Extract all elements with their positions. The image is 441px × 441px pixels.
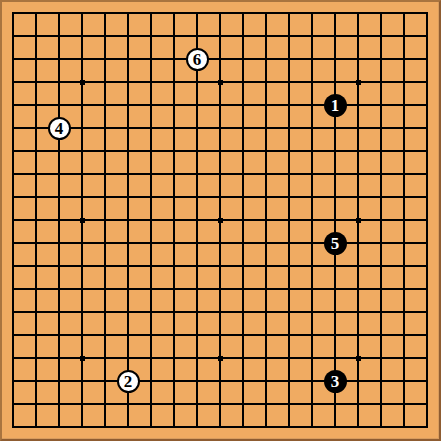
stone-white-move-2: 2 (117, 370, 140, 393)
stone-white-move-6: 6 (186, 48, 209, 71)
star-point (218, 356, 223, 361)
stone-black-move-5: 5 (324, 232, 347, 255)
stone-white-move-4: 4 (48, 117, 71, 140)
star-point (356, 80, 361, 85)
star-point (80, 218, 85, 223)
go-board: 123456 (0, 0, 441, 441)
star-point (356, 218, 361, 223)
stone-black-move-3: 3 (324, 370, 347, 393)
board-overlay: 123456 (2, 2, 439, 439)
star-point (218, 80, 223, 85)
star-point (218, 218, 223, 223)
stone-black-move-1: 1 (324, 94, 347, 117)
star-point (356, 356, 361, 361)
star-point (80, 356, 85, 361)
star-point (80, 80, 85, 85)
